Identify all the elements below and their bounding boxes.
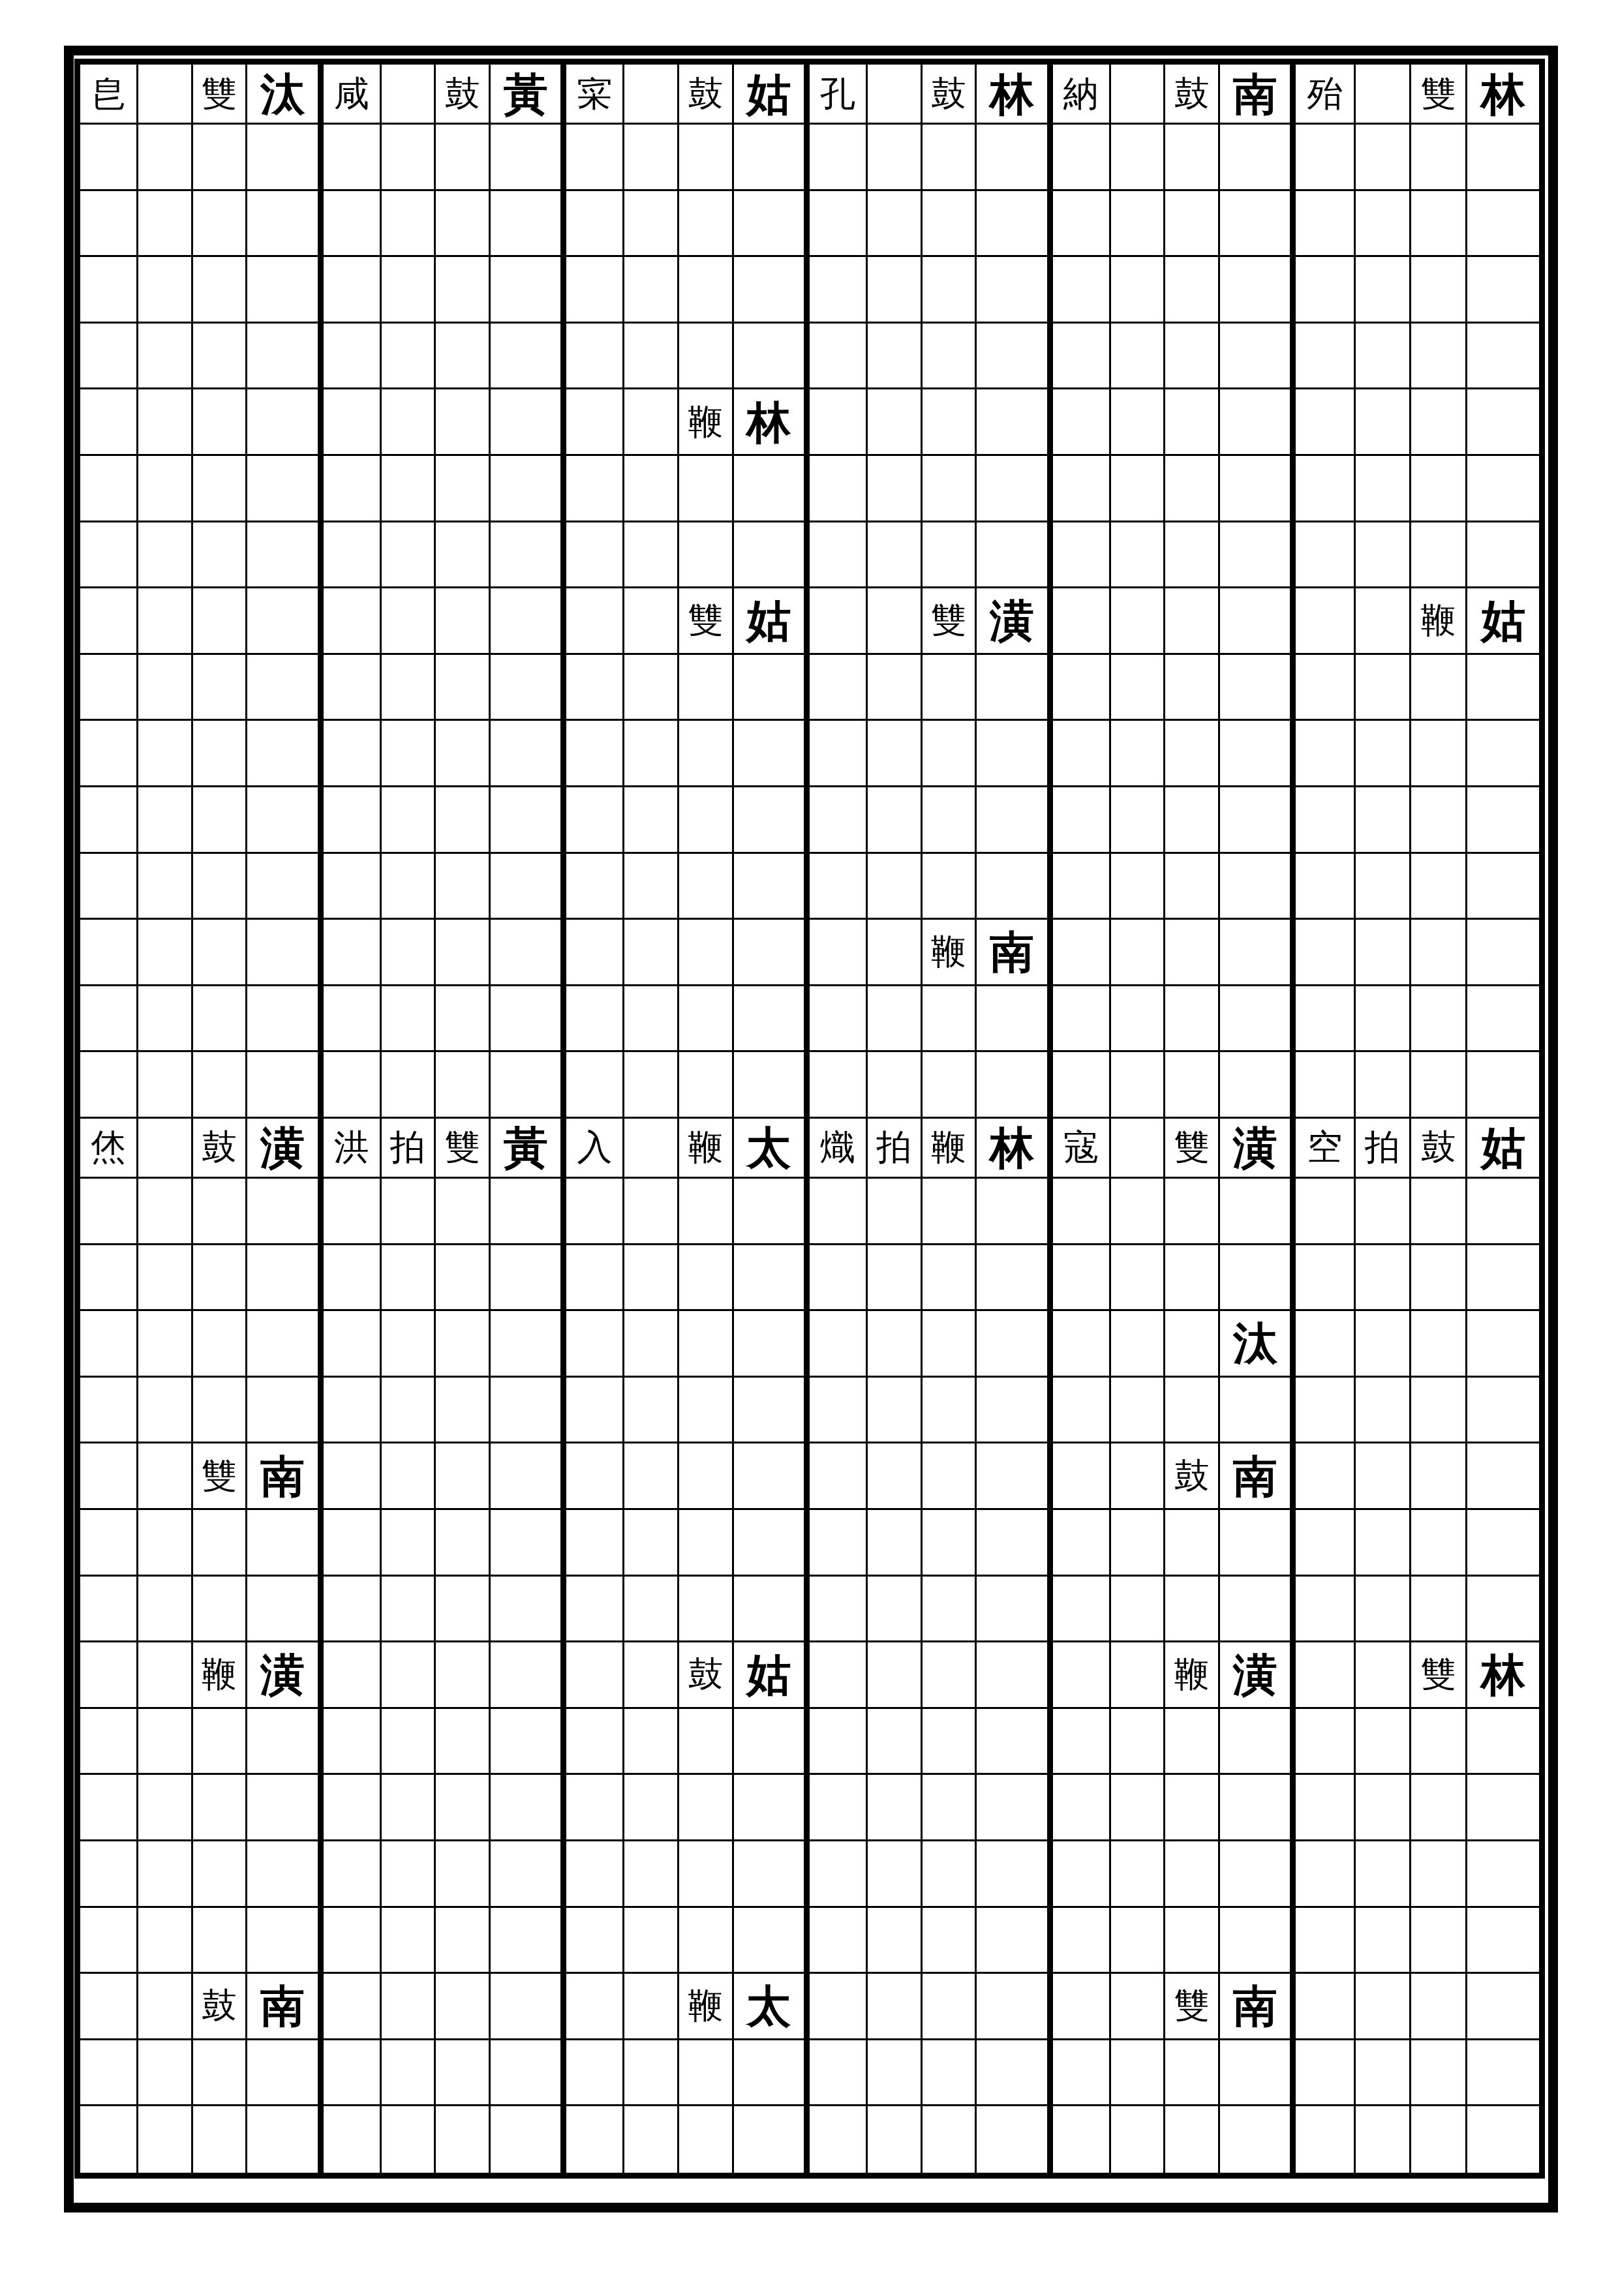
sub-cell-lyric (810, 1052, 868, 1117)
sub-cell-pitch (247, 522, 317, 587)
jeonggan-row-32-col-5 (1053, 2106, 1290, 2173)
sub-cell-janggu (679, 2106, 734, 2173)
sub-cell-lyric (810, 588, 868, 653)
jeonggan-row-18-col-1 (80, 1179, 318, 1245)
sub-cell-lyric (80, 1841, 138, 1906)
sub-cell-janggu (1165, 1709, 1220, 1774)
jeonggan-row-7-col-5 (1053, 456, 1290, 522)
sub-cell-janggu (679, 1841, 734, 1906)
sub-cell-lyric (80, 191, 138, 256)
sub-cell-lyric (80, 1642, 138, 1707)
pitch-glyph: 林 (990, 72, 1034, 116)
sub-cell-pitch (247, 588, 317, 653)
sub-cell-pitch (734, 1052, 804, 1117)
sub-cell-pitch (247, 986, 317, 1051)
sub-cell-janggu: 鼓 (679, 1642, 734, 1707)
sub-cell-lyric (566, 854, 624, 918)
sub-cell-janggu (1411, 257, 1467, 322)
sub-cell-lyric (80, 1577, 138, 1641)
jeonggan-row-28-col-3 (566, 1841, 804, 1908)
sub-cell-pitch (1220, 1179, 1290, 1243)
sub-cell-bak (1356, 1775, 1412, 1839)
pitch-glyph: 黃 (504, 1125, 548, 1170)
sub-cell-pitch: 南 (1220, 1974, 1290, 2038)
sub-cell-bak (1111, 588, 1166, 653)
sub-cell-pitch: 潢 (977, 588, 1046, 653)
sub-cell-bak (624, 1974, 679, 2038)
jeonggan-row-10-col-5 (1053, 655, 1290, 721)
jeonggan-row-25-col-4 (810, 1642, 1047, 1709)
sub-cell-janggu (923, 1443, 977, 1508)
sub-cell-janggu (1411, 1311, 1467, 1376)
sub-cell-janggu (1165, 1577, 1220, 1641)
sub-cell-pitch (1220, 456, 1290, 521)
sub-cell-lyric (810, 787, 868, 852)
jeonggan-row-1-col-1: 皀雙汰 (80, 65, 318, 125)
sub-cell-lyric (1296, 1775, 1355, 1839)
lyric-glyph: 孔 (820, 76, 855, 112)
pitch-glyph: 南 (1233, 1454, 1277, 1498)
sub-cell-lyric (324, 257, 382, 322)
sub-cell-janggu (436, 2040, 491, 2105)
sub-cell-bak (138, 1642, 193, 1707)
sub-cell-pitch (977, 1974, 1046, 2038)
sub-cell-lyric (566, 1642, 624, 1707)
jeonggan-row-28-col-4 (810, 1841, 1047, 1908)
sub-cell-janggu (679, 1908, 734, 1972)
sub-cell-janggu (193, 125, 248, 189)
sub-cell-lyric (566, 920, 624, 984)
janggu-glyph: 鼓 (1421, 1130, 1456, 1165)
sub-cell-bak (624, 1775, 679, 1839)
sub-cell-janggu (679, 191, 734, 256)
sub-cell-lyric (566, 324, 624, 388)
sub-cell-bak (868, 1775, 923, 1839)
sub-cell-bak (1111, 2106, 1166, 2173)
sub-cell-bak (868, 1577, 923, 1641)
sub-cell-lyric (810, 1311, 868, 1376)
jeonggan-row-28-col-5 (1053, 1841, 1290, 1908)
sub-cell-bak (868, 1052, 923, 1117)
sub-cell-bak (382, 65, 436, 123)
sub-cell-pitch (734, 257, 804, 322)
sub-cell-lyric (810, 1974, 868, 2038)
lyric-glyph: 熾 (820, 1130, 855, 1165)
sub-cell-bak (1356, 389, 1412, 454)
sub-cell-pitch (247, 1841, 317, 1906)
sub-cell-janggu (923, 787, 977, 852)
sub-cell-lyric (80, 986, 138, 1051)
sub-cell-janggu: 雙 (436, 1119, 491, 1177)
jeonggan-row-4-col-4 (810, 257, 1047, 324)
jeonggan-row-6-col-5 (1053, 389, 1290, 456)
gak-column-1: 皀雙汰烋鼓潢雙南鞭潢鼓南 (80, 65, 324, 2173)
sub-cell-bak (868, 522, 923, 587)
sub-cell-pitch (247, 1311, 317, 1376)
sub-cell-lyric (80, 854, 138, 918)
jeonggan-row-20-col-4 (810, 1311, 1047, 1378)
sub-cell-pitch (734, 1709, 804, 1774)
jeonggan-row-23-col-2 (324, 1510, 561, 1577)
sub-cell-janggu (436, 1179, 491, 1243)
sub-cell-pitch (1467, 191, 1539, 256)
sub-cell-pitch (1220, 2040, 1290, 2105)
sub-cell-lyric (80, 920, 138, 984)
sub-cell-bak (868, 721, 923, 785)
sub-cell-bak (1356, 522, 1412, 587)
pitch-glyph: 姑 (746, 1652, 791, 1697)
sub-cell-pitch: 潢 (247, 1642, 317, 1707)
sub-cell-pitch (491, 1179, 560, 1243)
sub-cell-janggu (436, 986, 491, 1051)
sub-cell-janggu (679, 920, 734, 984)
sub-cell-janggu (1165, 986, 1220, 1051)
jeonggan-row-20-col-2 (324, 1311, 561, 1378)
jeonggan-row-16-col-5 (1053, 1052, 1290, 1119)
sub-cell-lyric (80, 324, 138, 388)
sub-cell-bak (1356, 854, 1412, 918)
sub-cell-bak (868, 2040, 923, 2105)
janggu-glyph: 雙 (1174, 1988, 1210, 2023)
sub-cell-janggu (193, 1245, 248, 1310)
sub-cell-bak (138, 787, 193, 852)
jeonggan-row-6-col-3: 鞭林 (566, 389, 804, 456)
sub-cell-lyric (1296, 257, 1355, 322)
sub-cell-pitch (977, 1245, 1046, 1310)
sub-cell-bak (1111, 522, 1166, 587)
sub-cell-janggu (1411, 522, 1467, 587)
jeonggan-row-18-col-3 (566, 1179, 804, 1245)
sub-cell-lyric (810, 655, 868, 719)
sub-cell-lyric (1296, 456, 1355, 521)
sub-cell-lyric (80, 1775, 138, 1839)
jeonggan-row-2-col-3 (566, 125, 804, 191)
sub-cell-lyric (324, 854, 382, 918)
sub-cell-janggu (436, 1378, 491, 1442)
sub-cell-janggu (1411, 2106, 1467, 2173)
sub-cell-pitch: 林 (1467, 1642, 1539, 1707)
jeonggan-row-20-col-5: 汰 (1053, 1311, 1290, 1378)
sub-cell-janggu (436, 721, 491, 785)
sub-cell-pitch (734, 1311, 804, 1376)
sub-cell-lyric (1053, 1311, 1111, 1376)
sub-cell-pitch (247, 125, 317, 189)
lyric-glyph: 入 (577, 1130, 612, 1165)
sub-cell-lyric (1053, 1179, 1111, 1243)
sub-cell-bak (868, 2106, 923, 2173)
sub-cell-bak (624, 1245, 679, 1310)
sub-cell-lyric (1296, 1908, 1355, 1972)
sub-cell-pitch (977, 2040, 1046, 2105)
jeonggan-row-9-col-5 (1053, 588, 1290, 655)
sub-cell-lyric (324, 655, 382, 719)
sub-cell-bak (382, 125, 436, 189)
jeonggan-row-5-col-3 (566, 324, 804, 390)
sub-cell-pitch (247, 655, 317, 719)
jeonggan-row-27-col-1 (80, 1775, 318, 1841)
sub-cell-bak (1356, 324, 1412, 388)
sub-cell-pitch (247, 324, 317, 388)
sub-cell-pitch (247, 920, 317, 984)
sub-cell-janggu (436, 191, 491, 256)
jeonggan-row-12-col-3 (566, 787, 804, 854)
sub-cell-bak (138, 920, 193, 984)
sub-cell-janggu (1411, 191, 1467, 256)
sub-cell-bak (624, 854, 679, 918)
sub-cell-pitch (491, 854, 560, 918)
sub-cell-lyric (810, 1245, 868, 1310)
sub-cell-bak (1356, 1052, 1412, 1117)
jeonggan-row-3-col-4 (810, 191, 1047, 258)
sub-cell-lyric (1296, 854, 1355, 918)
sub-cell-lyric (566, 1443, 624, 1508)
jeonggan-row-17-col-2: 洪拍雙黃 (324, 1119, 561, 1179)
sub-cell-lyric (1296, 2106, 1355, 2173)
sub-cell-bak (138, 1378, 193, 1442)
jeonggan-row-31-col-2 (324, 2040, 561, 2107)
jeonggan-row-3-col-6 (1296, 191, 1539, 258)
janggu-glyph: 鞭 (688, 1988, 723, 2023)
sub-cell-lyric (810, 1577, 868, 1641)
sub-cell-pitch (1467, 854, 1539, 918)
sub-cell-bak (868, 655, 923, 719)
sub-cell-bak (1111, 191, 1166, 256)
jeonggan-row-29-col-5 (1053, 1908, 1290, 1974)
jeonggan-row-6-col-2 (324, 389, 561, 456)
sub-cell-pitch (734, 2106, 804, 2173)
sub-cell-janggu (679, 2040, 734, 2105)
sub-cell-pitch (1467, 456, 1539, 521)
sub-cell-janggu (193, 1709, 248, 1774)
jeonggan-row-24-col-3 (566, 1577, 804, 1643)
jeonggan-row-8-col-5 (1053, 522, 1290, 589)
sub-cell-pitch (1467, 1974, 1539, 2038)
jeonggan-row-22-col-4 (810, 1443, 1047, 1510)
sub-cell-janggu: 雙 (1165, 1119, 1220, 1177)
sub-cell-bak (1356, 920, 1412, 984)
sub-cell-pitch (491, 1974, 560, 2038)
sub-cell-pitch (734, 1179, 804, 1243)
sub-cell-lyric (566, 1775, 624, 1839)
sub-cell-lyric (566, 1052, 624, 1117)
jeonggan-row-31-col-6 (1296, 2040, 1539, 2107)
jeonggan-row-17-col-6: 空拍鼓姑 (1296, 1119, 1539, 1179)
sub-cell-bak (1356, 257, 1412, 322)
sub-cell-lyric (566, 2106, 624, 2173)
janggu-glyph: 鼓 (202, 1130, 237, 1165)
sub-cell-janggu (1411, 2040, 1467, 2105)
sub-cell-lyric (80, 1052, 138, 1117)
sub-cell-bak (624, 2106, 679, 2173)
sub-cell-janggu (436, 1510, 491, 1575)
sub-cell-janggu (923, 854, 977, 918)
sub-cell-janggu: 鼓 (193, 1119, 248, 1177)
sub-cell-bak (624, 1709, 679, 1774)
sub-cell-lyric: 寇 (1053, 1119, 1111, 1177)
sub-cell-lyric (324, 1841, 382, 1906)
sub-cell-bak (138, 1709, 193, 1774)
sub-cell-lyric (1296, 588, 1355, 653)
sub-cell-janggu (923, 522, 977, 587)
sub-cell-lyric (80, 2106, 138, 2173)
sub-cell-pitch (247, 456, 317, 521)
sub-cell-pitch (1467, 324, 1539, 388)
jeonggan-row-4-col-2 (324, 257, 561, 324)
sub-cell-lyric (1053, 1577, 1111, 1641)
lyric-glyph: 咸 (334, 76, 369, 112)
sub-cell-lyric (324, 787, 382, 852)
jeonggan-row-1-col-6: 殆雙林 (1296, 65, 1539, 125)
sub-cell-janggu (1411, 787, 1467, 852)
sub-cell-bak (868, 1709, 923, 1774)
sub-cell-janggu: 鼓 (1165, 1443, 1220, 1508)
sub-cell-lyric (566, 2040, 624, 2105)
lyric-glyph: 空 (1307, 1130, 1342, 1165)
sub-cell-lyric: 空 (1296, 1119, 1355, 1177)
sub-cell-bak (1111, 1311, 1166, 1376)
sub-cell-janggu (679, 1052, 734, 1117)
jeonggan-row-13-col-4 (810, 854, 1047, 920)
sub-cell-pitch (247, 2106, 317, 2173)
jeonggan-row-12-col-6 (1296, 787, 1539, 854)
sub-cell-lyric (1296, 787, 1355, 852)
sub-cell-janggu (436, 655, 491, 719)
sub-cell-lyric (1053, 257, 1111, 322)
sub-cell-janggu (1165, 257, 1220, 322)
sub-cell-bak (1111, 324, 1166, 388)
sub-cell-janggu (1165, 721, 1220, 785)
jeonggan-row-21-col-5 (1053, 1378, 1290, 1444)
jeonggan-row-11-col-5 (1053, 721, 1290, 787)
sub-cell-lyric (80, 787, 138, 852)
sub-cell-janggu (1411, 1908, 1467, 1972)
sub-cell-bak (1111, 1577, 1166, 1641)
jeonggan-row-12-col-4 (810, 787, 1047, 854)
sub-cell-lyric: 咸 (324, 65, 382, 123)
jeonggan-row-3-col-5 (1053, 191, 1290, 258)
sub-cell-bak (868, 456, 923, 521)
sub-cell-pitch (734, 324, 804, 388)
sub-cell-bak (382, 854, 436, 918)
jeonggan-row-8-col-6 (1296, 522, 1539, 589)
sub-cell-bak (1111, 721, 1166, 785)
pitch-glyph: 南 (1233, 1984, 1277, 2028)
sub-cell-bak (1356, 1443, 1412, 1508)
sub-cell-bak (1111, 456, 1166, 521)
jeonggan-row-3-col-2 (324, 191, 561, 258)
sub-cell-lyric (1296, 1642, 1355, 1707)
janggu-glyph: 鼓 (1174, 1458, 1210, 1494)
sub-cell-lyric (324, 721, 382, 785)
sub-cell-lyric (1296, 125, 1355, 189)
sub-cell-janggu: 鞭 (1411, 588, 1467, 653)
sub-cell-bak (1111, 1841, 1166, 1906)
sub-cell-lyric (1053, 456, 1111, 521)
sub-cell-pitch (734, 1577, 804, 1641)
sub-cell-bak (624, 1311, 679, 1376)
jeonggan-row-31-col-1 (80, 2040, 318, 2107)
jeonggan-row-22-col-2 (324, 1443, 561, 1510)
sub-cell-pitch (1467, 986, 1539, 1051)
sub-cell-pitch (491, 920, 560, 984)
sub-cell-lyric: 寀 (566, 65, 624, 123)
sub-cell-janggu (679, 1378, 734, 1442)
sub-cell-pitch: 姑 (734, 1642, 804, 1707)
sub-cell-janggu (679, 522, 734, 587)
sub-cell-bak (382, 1510, 436, 1575)
jeonggan-row-32-col-1 (80, 2106, 318, 2173)
sub-cell-janggu: 雙 (193, 1443, 248, 1508)
sub-cell-janggu: 雙 (1165, 1974, 1220, 2038)
sub-cell-lyric (566, 588, 624, 653)
sub-cell-janggu (679, 257, 734, 322)
sub-cell-bak (624, 787, 679, 852)
bak-glyph: 拍 (390, 1130, 425, 1165)
jeonggan-row-29-col-1 (80, 1908, 318, 1974)
gak-column-3: 寀鼓姑鞭林雙姑入鞭太鼓姑鞭太 (566, 65, 810, 2173)
sub-cell-janggu: 鼓 (1411, 1119, 1467, 1177)
sub-cell-lyric (1296, 324, 1355, 388)
sub-cell-pitch: 南 (1220, 65, 1290, 123)
sub-cell-pitch (734, 1841, 804, 1906)
sub-cell-lyric (566, 1577, 624, 1641)
sub-cell-pitch (1467, 2106, 1539, 2173)
jeonggan-row-19-col-4 (810, 1245, 1047, 1312)
sub-cell-janggu (1411, 1052, 1467, 1117)
sub-cell-bak (624, 1577, 679, 1641)
lyric-glyph: 皀 (91, 76, 126, 112)
sub-cell-lyric (80, 257, 138, 322)
sub-cell-janggu (436, 389, 491, 454)
jeonggan-row-15-col-2 (324, 986, 561, 1053)
sub-cell-lyric (324, 1443, 382, 1508)
sub-cell-pitch (247, 389, 317, 454)
sub-cell-bak (624, 1052, 679, 1117)
sub-cell-bak (1111, 1709, 1166, 1774)
sub-cell-bak (624, 2040, 679, 2105)
sub-cell-pitch (1467, 389, 1539, 454)
sub-cell-janggu (436, 1245, 491, 1310)
sub-cell-janggu (436, 1577, 491, 1641)
sub-cell-pitch: 南 (1220, 1443, 1290, 1508)
sub-cell-pitch (734, 787, 804, 852)
sub-cell-pitch: 姑 (734, 588, 804, 653)
sub-cell-lyric (566, 1841, 624, 1906)
sub-cell-lyric (1296, 1841, 1355, 1906)
jeonggan-row-13-col-3 (566, 854, 804, 920)
sub-cell-lyric (1053, 920, 1111, 984)
sub-cell-pitch (247, 1052, 317, 1117)
jeonggan-row-16-col-1 (80, 1052, 318, 1119)
sub-cell-pitch (1467, 125, 1539, 189)
jeonggan-row-12-col-5 (1053, 787, 1290, 854)
sub-cell-bak: 拍 (1356, 1119, 1412, 1177)
sub-cell-pitch: 林 (1467, 65, 1539, 123)
sub-cell-bak (868, 191, 923, 256)
sub-cell-lyric (566, 522, 624, 587)
sub-cell-bak (382, 1908, 436, 1972)
sub-cell-lyric (324, 1642, 382, 1707)
jeonggan-row-17-col-4: 熾拍鞭林 (810, 1119, 1047, 1179)
sub-cell-lyric (810, 1775, 868, 1839)
sub-cell-lyric (810, 389, 868, 454)
sub-cell-lyric (1296, 389, 1355, 454)
sub-cell-pitch (1220, 588, 1290, 653)
janggu-glyph: 鞭 (202, 1657, 237, 1692)
jeonggan-row-17-col-1: 烋鼓潢 (80, 1119, 318, 1179)
sub-cell-janggu (923, 2040, 977, 2105)
sub-cell-janggu (193, 389, 248, 454)
